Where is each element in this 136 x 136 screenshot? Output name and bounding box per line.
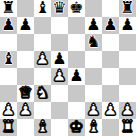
black-pawn: ♟ <box>52 51 66 67</box>
square-f5[interactable] <box>85 51 102 68</box>
white-bishop: ♝ <box>86 119 100 135</box>
square-h5[interactable] <box>119 51 136 68</box>
square-h3[interactable] <box>119 85 136 102</box>
square-c5[interactable]: ♟ <box>34 51 51 68</box>
square-g2[interactable]: ♟ <box>102 102 119 119</box>
square-h2[interactable]: ♟ <box>119 102 136 119</box>
chess-board: ♜♝♛♚♜♟♟♟♟♟♞♝♟♟♟♟♛♞♟♟♟♟♟♜♝♚♝♜ <box>0 0 136 136</box>
square-d5[interactable]: ♟ <box>51 51 68 68</box>
square-c1[interactable]: ♝ <box>34 119 51 136</box>
white-pawn: ♟ <box>1 102 15 118</box>
square-d6[interactable] <box>51 34 68 51</box>
square-b5[interactable] <box>17 51 34 68</box>
black-king: ♚ <box>69 0 83 16</box>
square-b4[interactable] <box>17 68 34 85</box>
black-pawn: ♟ <box>69 68 83 84</box>
square-e4[interactable]: ♟ <box>68 68 85 85</box>
square-c8[interactable]: ♝ <box>34 0 51 17</box>
black-pawn: ♟ <box>120 17 134 33</box>
square-g8[interactable] <box>102 0 119 17</box>
square-f3[interactable] <box>85 85 102 102</box>
square-e8[interactable]: ♚ <box>68 0 85 17</box>
square-e3[interactable] <box>68 85 85 102</box>
square-h4[interactable] <box>119 68 136 85</box>
white-king: ♚ <box>69 119 83 135</box>
square-a4[interactable] <box>0 68 17 85</box>
white-pawn: ♟ <box>52 68 66 84</box>
square-f8[interactable] <box>85 0 102 17</box>
black-bishop: ♝ <box>1 51 15 67</box>
square-d4[interactable]: ♟ <box>51 68 68 85</box>
square-a2[interactable]: ♟ <box>0 102 17 119</box>
black-pawn: ♟ <box>103 17 117 33</box>
square-a3[interactable] <box>0 85 17 102</box>
square-h7[interactable]: ♟ <box>119 17 136 34</box>
square-d2[interactable] <box>51 102 68 119</box>
white-queen: ♛ <box>18 85 32 101</box>
black-rook: ♜ <box>120 0 134 16</box>
square-g6[interactable] <box>102 34 119 51</box>
black-knight: ♞ <box>86 34 100 50</box>
square-d3[interactable] <box>51 85 68 102</box>
black-queen: ♛ <box>52 0 66 16</box>
white-rook: ♜ <box>1 119 15 135</box>
square-h6[interactable] <box>119 34 136 51</box>
square-e6[interactable] <box>68 34 85 51</box>
white-pawn: ♟ <box>35 51 49 67</box>
square-b8[interactable] <box>17 0 34 17</box>
square-g4[interactable] <box>102 68 119 85</box>
square-c2[interactable] <box>34 102 51 119</box>
white-knight: ♞ <box>35 85 49 101</box>
square-e2[interactable] <box>68 102 85 119</box>
square-c3[interactable]: ♞ <box>34 85 51 102</box>
square-e5[interactable] <box>68 51 85 68</box>
square-b6[interactable] <box>17 34 34 51</box>
square-b7[interactable]: ♟ <box>17 17 34 34</box>
white-rook: ♜ <box>120 119 134 135</box>
square-g3[interactable] <box>102 85 119 102</box>
square-g5[interactable] <box>102 51 119 68</box>
square-c6[interactable] <box>34 34 51 51</box>
square-a7[interactable]: ♟ <box>0 17 17 34</box>
square-f6[interactable]: ♞ <box>85 34 102 51</box>
square-a5[interactable]: ♝ <box>0 51 17 68</box>
square-f1[interactable]: ♝ <box>85 119 102 136</box>
white-pawn: ♟ <box>120 102 134 118</box>
square-e1[interactable]: ♚ <box>68 119 85 136</box>
square-c7[interactable] <box>34 17 51 34</box>
black-pawn: ♟ <box>1 17 15 33</box>
square-g7[interactable]: ♟ <box>102 17 119 34</box>
black-rook: ♜ <box>1 0 15 16</box>
square-f7[interactable]: ♟ <box>85 17 102 34</box>
square-b2[interactable]: ♟ <box>17 102 34 119</box>
square-d7[interactable] <box>51 17 68 34</box>
square-b1[interactable] <box>17 119 34 136</box>
black-pawn: ♟ <box>18 17 32 33</box>
white-pawn: ♟ <box>103 102 117 118</box>
square-a1[interactable]: ♜ <box>0 119 17 136</box>
square-f2[interactable]: ♟ <box>85 102 102 119</box>
white-pawn: ♟ <box>18 102 32 118</box>
square-h8[interactable]: ♜ <box>119 0 136 17</box>
square-d8[interactable]: ♛ <box>51 0 68 17</box>
square-f4[interactable] <box>85 68 102 85</box>
square-h1[interactable]: ♜ <box>119 119 136 136</box>
square-e7[interactable] <box>68 17 85 34</box>
square-a8[interactable]: ♜ <box>0 0 17 17</box>
white-pawn: ♟ <box>86 102 100 118</box>
square-a6[interactable] <box>0 34 17 51</box>
square-c4[interactable] <box>34 68 51 85</box>
square-b3[interactable]: ♛ <box>17 85 34 102</box>
white-bishop: ♝ <box>35 119 49 135</box>
black-pawn: ♟ <box>86 17 100 33</box>
square-d1[interactable] <box>51 119 68 136</box>
square-g1[interactable] <box>102 119 119 136</box>
black-bishop: ♝ <box>35 0 49 16</box>
